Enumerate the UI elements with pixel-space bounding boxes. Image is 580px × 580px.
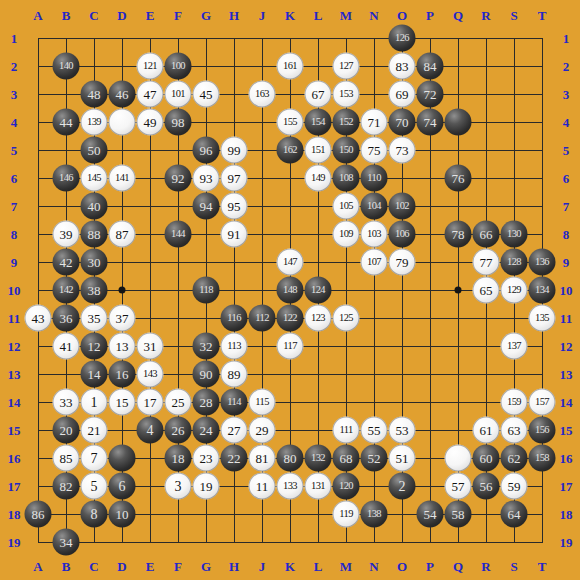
move-number: 163 — [255, 89, 269, 100]
stone-J17-move-11[interactable]: 11 — [249, 473, 276, 500]
move-number: 37 — [116, 312, 129, 325]
move-number: 101 — [171, 89, 185, 100]
stone-N7-move-104[interactable]: 104 — [361, 193, 388, 220]
move-number: 20 — [60, 424, 73, 437]
stone-S17-move-59[interactable]: 59 — [501, 473, 528, 500]
move-number: 13 — [116, 340, 129, 353]
stone-T14-move-157[interactable]: 157 — [529, 389, 556, 416]
stone-H12-move-113[interactable]: 113 — [221, 333, 248, 360]
move-number: 161 — [283, 61, 297, 72]
move-number: 42 — [60, 256, 73, 269]
row-label-14-right: 14 — [560, 396, 573, 409]
move-number: 5 — [91, 479, 98, 493]
stone-H14-move-114[interactable]: 114 — [221, 389, 248, 416]
stone-C15-move-21[interactable]: 21 — [81, 417, 108, 444]
stone-E14-move-17[interactable]: 17 — [137, 389, 164, 416]
move-number: 61 — [480, 424, 493, 437]
stone-C9-move-30[interactable]: 30 — [81, 249, 108, 276]
move-number: 118 — [199, 285, 213, 296]
stone-M18-move-119[interactable]: 119 — [333, 501, 360, 528]
stone-O15-move-53[interactable]: 53 — [389, 417, 416, 444]
move-number: 123 — [311, 313, 325, 324]
column-label-C-top: C — [89, 9, 98, 22]
row-label-2-right: 2 — [563, 60, 570, 73]
move-number: 132 — [311, 453, 325, 464]
move-number: 147 — [283, 257, 297, 268]
stone-C7-move-40[interactable]: 40 — [81, 193, 108, 220]
stone-G13-move-90[interactable]: 90 — [193, 361, 220, 388]
stone-T15-move-156[interactable]: 156 — [529, 417, 556, 444]
stone-B11-move-36[interactable]: 36 — [53, 305, 80, 332]
move-number: 26 — [172, 424, 185, 437]
move-number: 41 — [60, 340, 73, 353]
stone-O17-move-2[interactable]: 2 — [389, 473, 416, 500]
move-number: 14 — [88, 368, 101, 381]
move-number: 44 — [60, 116, 73, 129]
move-number: 156 — [535, 425, 549, 436]
stone-S12-move-137[interactable]: 137 — [501, 333, 528, 360]
row-label-5-right: 5 — [563, 144, 570, 157]
column-label-K-bottom: K — [285, 560, 295, 573]
stone-L6-move-149[interactable]: 149 — [305, 165, 332, 192]
row-label-15-right: 15 — [560, 424, 573, 437]
move-number: 87 — [116, 228, 129, 241]
stone-O7-move-102[interactable]: 102 — [389, 193, 416, 220]
column-label-J-top: J — [259, 9, 266, 22]
move-number: 112 — [255, 313, 269, 324]
stone-D11-move-37[interactable]: 37 — [109, 305, 136, 332]
stone-B14-move-33[interactable]: 33 — [53, 389, 80, 416]
stone-N4-move-71[interactable]: 71 — [361, 109, 388, 136]
move-number: 76 — [452, 172, 465, 185]
move-number: 30 — [88, 256, 101, 269]
move-number: 152 — [339, 117, 353, 128]
stone-H11-move-116[interactable]: 116 — [221, 305, 248, 332]
stone-M15-move-111[interactable]: 111 — [333, 417, 360, 444]
move-number: 134 — [535, 285, 549, 296]
stone-P18-move-54[interactable]: 54 — [417, 501, 444, 528]
move-number: 86 — [32, 508, 45, 521]
column-label-R-bottom: R — [481, 560, 490, 573]
stone-S18-move-64[interactable]: 64 — [501, 501, 528, 528]
stone-F8-move-144[interactable]: 144 — [165, 221, 192, 248]
move-number: 94 — [200, 200, 213, 213]
stone-M7-move-105[interactable]: 105 — [333, 193, 360, 220]
stone-A18-move-86[interactable]: 86 — [25, 501, 52, 528]
row-label-2-left: 2 — [11, 60, 18, 73]
stone-Q16-preplaced[interactable] — [445, 445, 472, 472]
stone-E13-move-143[interactable]: 143 — [137, 361, 164, 388]
row-label-12-right: 12 — [560, 340, 573, 353]
column-label-F-top: F — [174, 9, 182, 22]
move-number: 98 — [172, 116, 185, 129]
stone-J14-move-115[interactable]: 115 — [249, 389, 276, 416]
column-label-A-top: A — [33, 9, 42, 22]
move-number: 65 — [480, 284, 493, 297]
stone-F15-move-26[interactable]: 26 — [165, 417, 192, 444]
stone-O3-move-69[interactable]: 69 — [389, 81, 416, 108]
row-label-18-right: 18 — [560, 508, 573, 521]
stone-B9-move-42[interactable]: 42 — [53, 249, 80, 276]
stone-N5-move-75[interactable]: 75 — [361, 137, 388, 164]
stone-G3-move-45[interactable]: 45 — [193, 81, 220, 108]
move-number: 43 — [32, 312, 45, 325]
stone-R16-move-60[interactable]: 60 — [473, 445, 500, 472]
stone-G6-move-93[interactable]: 93 — [193, 165, 220, 192]
row-label-4-left: 4 — [11, 116, 18, 129]
move-number: 83 — [396, 60, 409, 73]
move-number: 162 — [283, 145, 297, 156]
move-number: 88 — [88, 228, 101, 241]
move-number: 71 — [368, 116, 381, 129]
column-label-Q-bottom: Q — [453, 560, 463, 573]
stone-C12-move-12[interactable]: 12 — [81, 333, 108, 360]
stone-D3-move-46[interactable]: 46 — [109, 81, 136, 108]
stone-K10-move-148[interactable]: 148 — [277, 277, 304, 304]
move-number: 29 — [256, 424, 269, 437]
move-number: 54 — [424, 508, 437, 521]
row-label-7-left: 7 — [11, 200, 18, 213]
stone-J11-move-112[interactable]: 112 — [249, 305, 276, 332]
stone-K9-move-147[interactable]: 147 — [277, 249, 304, 276]
move-number: 104 — [367, 201, 381, 212]
stone-O4-move-70[interactable]: 70 — [389, 109, 416, 136]
stone-K16-move-80[interactable]: 80 — [277, 445, 304, 472]
stone-G16-move-23[interactable]: 23 — [193, 445, 220, 472]
stone-G14-move-28[interactable]: 28 — [193, 389, 220, 416]
row-label-4-right: 4 — [563, 116, 570, 129]
stone-Q6-move-76[interactable]: 76 — [445, 165, 472, 192]
stone-D17-move-6[interactable]: 6 — [109, 473, 136, 500]
stone-C10-move-38[interactable]: 38 — [81, 277, 108, 304]
row-label-19-left: 19 — [8, 536, 21, 549]
stone-P3-move-72[interactable]: 72 — [417, 81, 444, 108]
stone-K5-move-162[interactable]: 162 — [277, 137, 304, 164]
move-number: 159 — [507, 397, 521, 408]
move-number: 117 — [283, 341, 297, 352]
stone-C18-move-8[interactable]: 8 — [81, 501, 108, 528]
stone-S10-move-129[interactable]: 129 — [501, 277, 528, 304]
stone-B6-move-146[interactable]: 146 — [53, 165, 80, 192]
stone-L5-move-151[interactable]: 151 — [305, 137, 332, 164]
move-number: 23 — [200, 452, 213, 465]
stone-Q17-move-57[interactable]: 57 — [445, 473, 472, 500]
move-number: 141 — [115, 173, 129, 184]
move-number: 90 — [200, 368, 213, 381]
move-number: 105 — [339, 201, 353, 212]
move-number: 3 — [175, 479, 182, 493]
column-label-B-top: B — [62, 9, 71, 22]
stone-N8-move-103[interactable]: 103 — [361, 221, 388, 248]
row-label-11-right: 11 — [560, 312, 572, 325]
stone-G10-move-118[interactable]: 118 — [193, 277, 220, 304]
move-number: 58 — [452, 508, 465, 521]
move-number: 150 — [339, 145, 353, 156]
move-number: 12 — [88, 340, 101, 353]
go-kifu-diagram: 1261401211001611278384484647101451636715… — [0, 0, 580, 580]
stone-T11-move-135[interactable]: 135 — [529, 305, 556, 332]
stone-J16-move-81[interactable]: 81 — [249, 445, 276, 472]
stone-M8-move-109[interactable]: 109 — [333, 221, 360, 248]
column-label-D-top: D — [117, 9, 126, 22]
row-label-8-left: 8 — [11, 228, 18, 241]
move-number: 52 — [368, 452, 381, 465]
move-number: 56 — [480, 480, 493, 493]
stone-F2-move-100[interactable]: 100 — [165, 53, 192, 80]
stone-K17-move-133[interactable]: 133 — [277, 473, 304, 500]
stone-C4-move-139[interactable]: 139 — [81, 109, 108, 136]
stone-N9-move-107[interactable]: 107 — [361, 249, 388, 276]
stone-L4-move-154[interactable]: 154 — [305, 109, 332, 136]
move-number: 126 — [395, 33, 409, 44]
stone-R17-move-56[interactable]: 56 — [473, 473, 500, 500]
stone-L11-move-123[interactable]: 123 — [305, 305, 332, 332]
stone-L10-move-124[interactable]: 124 — [305, 277, 332, 304]
stone-E12-move-31[interactable]: 31 — [137, 333, 164, 360]
stone-N15-move-55[interactable]: 55 — [361, 417, 388, 444]
move-number: 31 — [144, 340, 157, 353]
stone-B2-move-140[interactable]: 140 — [53, 53, 80, 80]
move-number: 85 — [60, 452, 73, 465]
column-label-C-bottom: C — [89, 560, 98, 573]
move-number: 69 — [396, 88, 409, 101]
stone-C6-move-145[interactable]: 145 — [81, 165, 108, 192]
move-number: 4 — [147, 423, 154, 437]
move-number: 138 — [367, 509, 381, 520]
stone-M17-move-120[interactable]: 120 — [333, 473, 360, 500]
move-number: 158 — [535, 453, 549, 464]
move-number: 24 — [200, 424, 213, 437]
row-label-7-right: 7 — [563, 200, 570, 213]
stone-F6-move-92[interactable]: 92 — [165, 165, 192, 192]
stone-F3-move-101[interactable]: 101 — [165, 81, 192, 108]
move-number: 34 — [60, 536, 73, 549]
move-number: 157 — [535, 397, 549, 408]
column-label-S-top: S — [510, 9, 517, 22]
stone-C13-move-14[interactable]: 14 — [81, 361, 108, 388]
stone-K12-move-117[interactable]: 117 — [277, 333, 304, 360]
stone-R10-move-65[interactable]: 65 — [473, 277, 500, 304]
stone-G5-move-96[interactable]: 96 — [193, 137, 220, 164]
stone-Q18-move-58[interactable]: 58 — [445, 501, 472, 528]
stone-B19-move-34[interactable]: 34 — [53, 529, 80, 556]
stone-M5-move-150[interactable]: 150 — [333, 137, 360, 164]
stone-C17-move-5[interactable]: 5 — [81, 473, 108, 500]
move-number: 74 — [424, 116, 437, 129]
stone-C5-move-50[interactable]: 50 — [81, 137, 108, 164]
move-number: 57 — [452, 480, 465, 493]
stone-A11-move-43[interactable]: 43 — [25, 305, 52, 332]
stone-D16-preplaced[interactable] — [109, 445, 136, 472]
stone-E15-move-4[interactable]: 4 — [137, 417, 164, 444]
stone-K11-move-122[interactable]: 122 — [277, 305, 304, 332]
grid-line-horizontal-15 — [38, 430, 543, 431]
stone-L16-move-132[interactable]: 132 — [305, 445, 332, 472]
stone-S8-move-130[interactable]: 130 — [501, 221, 528, 248]
row-label-18-left: 18 — [8, 508, 21, 521]
stone-H13-move-89[interactable]: 89 — [221, 361, 248, 388]
row-label-1-right: 1 — [563, 32, 570, 45]
stone-H6-move-97[interactable]: 97 — [221, 165, 248, 192]
stone-B12-move-41[interactable]: 41 — [53, 333, 80, 360]
stone-S15-move-63[interactable]: 63 — [501, 417, 528, 444]
stone-H15-move-27[interactable]: 27 — [221, 417, 248, 444]
star-point-D10 — [119, 287, 126, 294]
stone-S9-move-128[interactable]: 128 — [501, 249, 528, 276]
stone-Q4-preplaced[interactable] — [445, 109, 472, 136]
column-label-T-bottom: T — [538, 560, 547, 573]
move-number: 82 — [60, 480, 73, 493]
stone-G17-move-19[interactable]: 19 — [193, 473, 220, 500]
stone-F4-move-98[interactable]: 98 — [165, 109, 192, 136]
row-label-14-left: 14 — [8, 396, 21, 409]
stone-B8-move-39[interactable]: 39 — [53, 221, 80, 248]
column-label-A-bottom: A — [33, 560, 42, 573]
stone-T16-move-158[interactable]: 158 — [529, 445, 556, 472]
move-number: 154 — [311, 117, 325, 128]
stone-M2-move-127[interactable]: 127 — [333, 53, 360, 80]
stone-L3-move-67[interactable]: 67 — [305, 81, 332, 108]
stone-T9-move-136[interactable]: 136 — [529, 249, 556, 276]
stone-P4-move-74[interactable]: 74 — [417, 109, 444, 136]
column-label-M-top: M — [340, 9, 352, 22]
move-number: 99 — [228, 144, 241, 157]
move-number: 47 — [144, 88, 157, 101]
move-number: 46 — [116, 88, 129, 101]
move-number: 80 — [284, 452, 297, 465]
stone-C16-move-7[interactable]: 7 — [81, 445, 108, 472]
move-number: 116 — [227, 313, 241, 324]
column-label-N-top: N — [369, 9, 378, 22]
column-label-G-top: G — [201, 9, 211, 22]
stone-G7-move-94[interactable]: 94 — [193, 193, 220, 220]
stone-O16-move-51[interactable]: 51 — [389, 445, 416, 472]
stone-M3-move-153[interactable]: 153 — [333, 81, 360, 108]
move-number: 143 — [143, 369, 157, 380]
stone-O8-move-106[interactable]: 106 — [389, 221, 416, 248]
stone-F16-move-18[interactable]: 18 — [165, 445, 192, 472]
move-number: 102 — [395, 201, 409, 212]
stone-S14-move-159[interactable]: 159 — [501, 389, 528, 416]
row-label-5-left: 5 — [11, 144, 18, 157]
stone-Q8-move-78[interactable]: 78 — [445, 221, 472, 248]
stone-M4-move-152[interactable]: 152 — [333, 109, 360, 136]
stone-J3-move-163[interactable]: 163 — [249, 81, 276, 108]
stone-C11-move-35[interactable]: 35 — [81, 305, 108, 332]
row-label-6-left: 6 — [11, 172, 18, 185]
row-label-13-right: 13 — [560, 368, 573, 381]
move-number: 136 — [535, 257, 549, 268]
move-number: 70 — [396, 116, 409, 129]
stone-B10-move-142[interactable]: 142 — [53, 277, 80, 304]
move-number: 38 — [88, 284, 101, 297]
stone-C14-move-1[interactable]: 1 — [81, 389, 108, 416]
stone-G15-move-24[interactable]: 24 — [193, 417, 220, 444]
column-label-G-bottom: G — [201, 560, 211, 573]
move-number: 139 — [87, 117, 101, 128]
move-number: 125 — [339, 313, 353, 324]
stone-D4-preplaced[interactable] — [109, 109, 136, 136]
stone-D6-move-141[interactable]: 141 — [109, 165, 136, 192]
move-number: 119 — [339, 509, 353, 520]
row-label-13-left: 13 — [8, 368, 21, 381]
stone-O2-move-83[interactable]: 83 — [389, 53, 416, 80]
move-number: 16 — [116, 368, 129, 381]
stone-K4-move-155[interactable]: 155 — [277, 109, 304, 136]
stone-R9-move-77[interactable]: 77 — [473, 249, 500, 276]
stone-E2-move-121[interactable]: 121 — [137, 53, 164, 80]
stone-O9-move-79[interactable]: 79 — [389, 249, 416, 276]
stone-F17-move-3[interactable]: 3 — [165, 473, 192, 500]
stone-H8-move-91[interactable]: 91 — [221, 221, 248, 248]
stone-H5-move-99[interactable]: 99 — [221, 137, 248, 164]
stone-B15-move-20[interactable]: 20 — [53, 417, 80, 444]
move-number: 135 — [535, 313, 549, 324]
stone-O5-move-73[interactable]: 73 — [389, 137, 416, 164]
move-number: 51 — [396, 452, 409, 465]
stone-D12-move-13[interactable]: 13 — [109, 333, 136, 360]
move-number: 25 — [172, 396, 185, 409]
stone-D8-move-87[interactable]: 87 — [109, 221, 136, 248]
stone-D14-move-15[interactable]: 15 — [109, 389, 136, 416]
stone-D18-move-10[interactable]: 10 — [109, 501, 136, 528]
stone-R15-move-61[interactable]: 61 — [473, 417, 500, 444]
stone-E4-move-49[interactable]: 49 — [137, 109, 164, 136]
move-number: 92 — [172, 172, 185, 185]
stone-C8-move-88[interactable]: 88 — [81, 221, 108, 248]
stone-D13-move-16[interactable]: 16 — [109, 361, 136, 388]
stone-F14-move-25[interactable]: 25 — [165, 389, 192, 416]
stone-K2-move-161[interactable]: 161 — [277, 53, 304, 80]
stone-B4-move-44[interactable]: 44 — [53, 109, 80, 136]
stone-J15-move-29[interactable]: 29 — [249, 417, 276, 444]
stone-T10-move-134[interactable]: 134 — [529, 277, 556, 304]
column-label-L-top: L — [314, 9, 323, 22]
stone-N18-move-138[interactable]: 138 — [361, 501, 388, 528]
stone-M6-move-108[interactable]: 108 — [333, 165, 360, 192]
stone-E3-move-47[interactable]: 47 — [137, 81, 164, 108]
stone-M11-move-125[interactable]: 125 — [333, 305, 360, 332]
stone-P2-move-84[interactable]: 84 — [417, 53, 444, 80]
stone-G12-move-32[interactable]: 32 — [193, 333, 220, 360]
stone-C3-move-48[interactable]: 48 — [81, 81, 108, 108]
move-number: 17 — [144, 396, 157, 409]
stone-H16-move-22[interactable]: 22 — [221, 445, 248, 472]
stone-O1-move-126[interactable]: 126 — [389, 25, 416, 52]
stone-S16-move-62[interactable]: 62 — [501, 445, 528, 472]
move-number: 115 — [255, 397, 269, 408]
stone-N16-move-52[interactable]: 52 — [361, 445, 388, 472]
move-number: 10 — [116, 508, 129, 521]
move-number: 28 — [200, 396, 213, 409]
stone-L17-move-131[interactable]: 131 — [305, 473, 332, 500]
move-number: 39 — [60, 228, 73, 241]
grid-line-horizontal-19 — [38, 542, 543, 543]
stone-B17-move-82[interactable]: 82 — [53, 473, 80, 500]
move-number: 133 — [283, 481, 297, 492]
stone-H7-move-95[interactable]: 95 — [221, 193, 248, 220]
stone-N6-move-110[interactable]: 110 — [361, 165, 388, 192]
move-number: 144 — [171, 229, 185, 240]
move-number: 6 — [119, 479, 126, 493]
move-number: 2 — [399, 479, 406, 493]
stone-R8-move-66[interactable]: 66 — [473, 221, 500, 248]
stone-B16-move-85[interactable]: 85 — [53, 445, 80, 472]
move-number: 78 — [452, 228, 465, 241]
stone-M16-move-68[interactable]: 68 — [333, 445, 360, 472]
column-label-O-bottom: O — [397, 560, 407, 573]
move-number: 131 — [311, 481, 325, 492]
